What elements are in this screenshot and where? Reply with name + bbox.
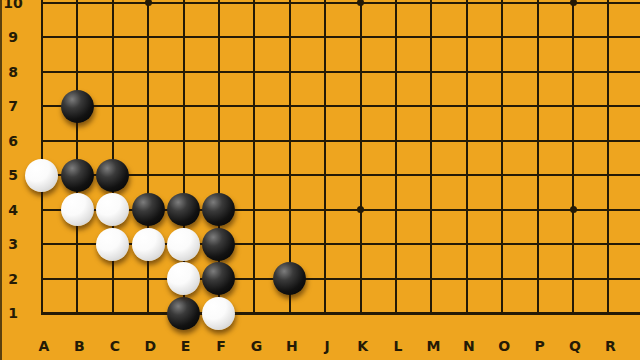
white-stone-E3[interactable]: ○ [167,228,200,261]
black-stone-F3[interactable]: ● [202,228,235,261]
white-stone-B4[interactable]: ○ [61,193,94,226]
column-label-C: C [110,339,120,353]
black-stone-B5[interactable]: ● [61,159,94,192]
black-stone-F2[interactable]: ● [202,262,235,295]
black-stone-B7[interactable]: ● [61,90,94,123]
row-label-4: 4 [8,203,18,217]
column-label-O: O [498,339,510,353]
left-edge-strip [0,0,2,360]
column-label-N: N [463,339,475,353]
row-label-7: 7 [8,99,18,113]
black-stone-D4[interactable]: ● [132,193,165,226]
black-stone-H2[interactable]: ● [273,262,306,295]
row-label-2: 2 [8,272,18,286]
column-label-H: H [286,339,298,353]
row-label-10: 10 [3,0,22,10]
column-label-F: F [216,339,226,353]
row-label-6: 6 [8,134,18,148]
row-label-1: 1 [8,306,18,320]
white-stone-E2[interactable]: ○ [167,262,200,295]
white-stone-A5[interactable]: ○ [25,159,58,192]
row-label-5: 5 [8,168,18,182]
white-stone-C4[interactable]: ○ [96,193,129,226]
black-stone-E4[interactable]: ● [167,193,200,226]
column-label-B: B [74,339,85,353]
column-label-Q: Q [569,339,581,353]
column-label-E: E [181,339,191,353]
column-label-D: D [144,339,156,353]
column-label-L: L [394,339,403,353]
column-label-K: K [357,339,368,353]
white-stone-F1[interactable]: ○ [202,297,235,330]
column-label-J: J [325,339,330,353]
white-stone-D3[interactable]: ○ [132,228,165,261]
row-label-9: 9 [8,30,18,44]
column-label-P: P [534,339,544,353]
black-stone-C5[interactable]: ● [96,159,129,192]
row-label-3: 3 [8,237,18,251]
column-label-M: M [426,339,440,353]
stones-layer[interactable]: ●●●●●●●●●●○○○○○○○○ [24,0,640,330]
column-label-G: G [251,339,263,353]
go-board[interactable]: 10987654321ABCDEFGHJKLMNOPQRS ●●●●●●●●●●… [0,0,640,360]
column-label-A: A [39,339,50,353]
row-label-8: 8 [8,65,18,79]
black-stone-E1[interactable]: ● [167,297,200,330]
black-stone-F4[interactable]: ● [202,193,235,226]
column-label-R: R [605,339,616,353]
white-stone-C3[interactable]: ○ [96,228,129,261]
